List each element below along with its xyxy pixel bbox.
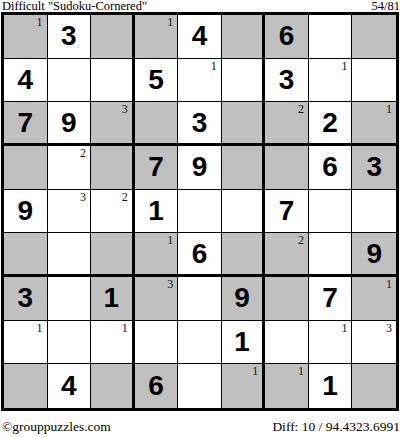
cell-r3c6[interactable] <box>222 102 266 146</box>
cell-r1c1[interactable]: 1 <box>4 15 48 59</box>
given-digit: 9 <box>17 197 33 225</box>
cell-r5c6[interactable] <box>222 190 266 234</box>
given-digit: 9 <box>61 109 77 137</box>
given-digit: 6 <box>279 22 295 50</box>
given-digit: 9 <box>234 284 250 312</box>
cell-r3c8[interactable]: 2 <box>309 102 353 146</box>
cell-r6c7[interactable]: 2 <box>265 233 309 277</box>
corner-mark: 1 <box>211 60 217 73</box>
corner-mark: 1 <box>37 322 43 335</box>
cell-r8c9[interactable]: 3 <box>352 321 396 365</box>
cell-r6c8[interactable] <box>309 233 353 277</box>
cell-r5c2[interactable]: 3 <box>48 190 92 234</box>
corner-mark: 2 <box>298 103 304 116</box>
cell-r8c3[interactable]: 1 <box>91 321 135 365</box>
cell-r9c4[interactable]: 6 <box>135 364 179 408</box>
corner-mark: 1 <box>386 103 392 116</box>
given-digit: 5 <box>148 66 164 94</box>
cell-r2c5[interactable]: 1 <box>178 59 222 103</box>
given-digit: 1 <box>322 372 338 400</box>
given-digit: 6 <box>192 240 208 268</box>
cell-r7c4[interactable]: 3 <box>135 277 179 321</box>
given-digit: 3 <box>61 22 77 50</box>
cell-r6c3[interactable] <box>91 233 135 277</box>
cell-r6c1[interactable] <box>4 233 48 277</box>
given-digit: 6 <box>148 372 164 400</box>
given-digit: 3 <box>192 109 208 137</box>
cell-r2c4[interactable]: 5 <box>135 59 179 103</box>
given-digit: 7 <box>148 153 164 181</box>
cell-r3c1[interactable]: 7 <box>4 102 48 146</box>
cell-r2c2[interactable] <box>48 59 92 103</box>
cell-r7c3[interactable]: 1 <box>91 277 135 321</box>
difficulty-text: Diff: 10 / 94.4323.6991 <box>272 419 400 434</box>
cell-r4c5[interactable]: 9 <box>178 146 222 190</box>
progress-counter: 54/81 <box>372 0 400 12</box>
cell-r2c6[interactable] <box>222 59 266 103</box>
cell-r1c4[interactable]: 1 <box>135 15 179 59</box>
cell-r8c6[interactable]: 1 <box>222 321 266 365</box>
corner-mark: 1 <box>37 16 43 29</box>
cell-r3c5[interactable]: 3 <box>178 102 222 146</box>
cell-r9c6[interactable]: 1 <box>222 364 266 408</box>
corner-mark: 3 <box>167 278 173 291</box>
given-digit: 4 <box>17 66 33 94</box>
cell-r1c8[interactable] <box>309 15 353 59</box>
cell-r8c8[interactable]: 1 <box>309 321 353 365</box>
given-digit: 1 <box>104 284 120 312</box>
sudoku-board: 1314645131793322127963932171629313971111… <box>1 12 399 411</box>
given-digit: 9 <box>366 240 382 268</box>
cell-r6c9[interactable]: 9 <box>352 233 396 277</box>
corner-mark: 1 <box>386 278 392 291</box>
cell-r8c5[interactable] <box>178 321 222 365</box>
given-digit: 1 <box>148 197 164 225</box>
corner-mark: 2 <box>298 234 304 247</box>
cell-r4c4[interactable]: 7 <box>135 146 179 190</box>
cell-r5c9[interactable] <box>352 190 396 234</box>
cell-r1c5[interactable]: 4 <box>178 15 222 59</box>
corner-mark: 1 <box>167 234 173 247</box>
cell-r2c3[interactable] <box>91 59 135 103</box>
corner-mark: 2 <box>122 191 128 204</box>
footer: ©grouppuzzles.com Diff: 10 / 94.4323.699… <box>0 419 402 434</box>
cell-r6c4[interactable]: 1 <box>135 233 179 277</box>
cell-r9c2[interactable]: 4 <box>48 364 92 408</box>
corner-mark: 1 <box>298 365 304 378</box>
cell-r5c7[interactable]: 7 <box>265 190 309 234</box>
cell-r9c1[interactable] <box>4 364 48 408</box>
cell-r7c5[interactable] <box>178 277 222 321</box>
puzzle-title: Difficult "Sudoku-Cornered" <box>2 0 147 12</box>
corner-mark: 1 <box>122 322 128 335</box>
cell-r4c9[interactable]: 3 <box>352 146 396 190</box>
corner-mark: 3 <box>386 322 392 335</box>
cell-r7c2[interactable] <box>48 277 92 321</box>
given-digit: 7 <box>279 197 295 225</box>
cell-r5c8[interactable] <box>309 190 353 234</box>
corner-mark: 3 <box>122 103 128 116</box>
cell-r7c7[interactable] <box>265 277 309 321</box>
cell-r1c6[interactable] <box>222 15 266 59</box>
cell-r1c2[interactable]: 3 <box>48 15 92 59</box>
cell-r7c6[interactable]: 9 <box>222 277 266 321</box>
cell-r8c7[interactable] <box>265 321 309 365</box>
corner-mark: 2 <box>80 147 86 160</box>
cell-r4c7[interactable] <box>265 146 309 190</box>
cell-r7c1[interactable]: 3 <box>4 277 48 321</box>
header: Difficult "Sudoku-Cornered" 54/81 <box>0 0 402 12</box>
cell-r1c7[interactable]: 6 <box>265 15 309 59</box>
given-digit: 1 <box>234 328 250 356</box>
given-digit: 3 <box>366 153 382 181</box>
cell-r5c1[interactable]: 9 <box>4 190 48 234</box>
corner-mark: 3 <box>80 191 86 204</box>
cell-r8c4[interactable] <box>135 321 179 365</box>
given-digit: 7 <box>322 284 338 312</box>
cell-r5c3[interactable]: 2 <box>91 190 135 234</box>
cell-r4c3[interactable] <box>91 146 135 190</box>
given-digit: 3 <box>17 284 33 312</box>
cell-r9c8[interactable]: 1 <box>309 364 353 408</box>
given-digit: 3 <box>279 66 295 94</box>
cell-r9c7[interactable]: 1 <box>265 364 309 408</box>
given-digit: 9 <box>192 153 208 181</box>
corner-mark: 1 <box>341 60 347 73</box>
cell-r5c5[interactable] <box>178 190 222 234</box>
cell-r5c4[interactable]: 1 <box>135 190 179 234</box>
cell-r6c5[interactable]: 6 <box>178 233 222 277</box>
given-digit: 2 <box>322 109 338 137</box>
given-digit: 4 <box>192 22 208 50</box>
cell-r7c8[interactable]: 7 <box>309 277 353 321</box>
cell-r8c2[interactable] <box>48 321 92 365</box>
cell-r9c5[interactable] <box>178 364 222 408</box>
cell-r9c9[interactable] <box>352 364 396 408</box>
cell-r4c1[interactable] <box>4 146 48 190</box>
cell-r3c7[interactable]: 2 <box>265 102 309 146</box>
cell-r4c8[interactable]: 6 <box>309 146 353 190</box>
cell-r3c9[interactable]: 1 <box>352 102 396 146</box>
cell-r9c3[interactable] <box>91 364 135 408</box>
cell-r2c1[interactable]: 4 <box>4 59 48 103</box>
cell-r7c9[interactable]: 1 <box>352 277 396 321</box>
cell-r1c9[interactable] <box>352 15 396 59</box>
cell-r2c7[interactable]: 3 <box>265 59 309 103</box>
cell-r4c6[interactable] <box>222 146 266 190</box>
cell-r8c1[interactable]: 1 <box>4 321 48 365</box>
corner-mark: 1 <box>167 16 173 29</box>
corner-mark: 1 <box>341 322 347 335</box>
given-digit: 4 <box>61 372 77 400</box>
given-digit: 7 <box>17 109 33 137</box>
copyright-text: ©grouppuzzles.com <box>2 419 111 434</box>
cell-r3c2[interactable]: 9 <box>48 102 92 146</box>
cell-r2c8[interactable]: 1 <box>309 59 353 103</box>
cell-r4c2[interactable]: 2 <box>48 146 92 190</box>
cell-r2c9[interactable] <box>352 59 396 103</box>
cell-r3c3[interactable]: 3 <box>91 102 135 146</box>
cell-r3c4[interactable] <box>135 102 179 146</box>
corner-mark: 1 <box>252 365 258 378</box>
given-digit: 6 <box>322 153 338 181</box>
cell-r6c6[interactable] <box>222 233 266 277</box>
puzzle-page: Difficult "Sudoku-Cornered" 54/81 131464… <box>0 0 402 437</box>
cell-r6c2[interactable] <box>48 233 92 277</box>
cell-r1c3[interactable] <box>91 15 135 59</box>
